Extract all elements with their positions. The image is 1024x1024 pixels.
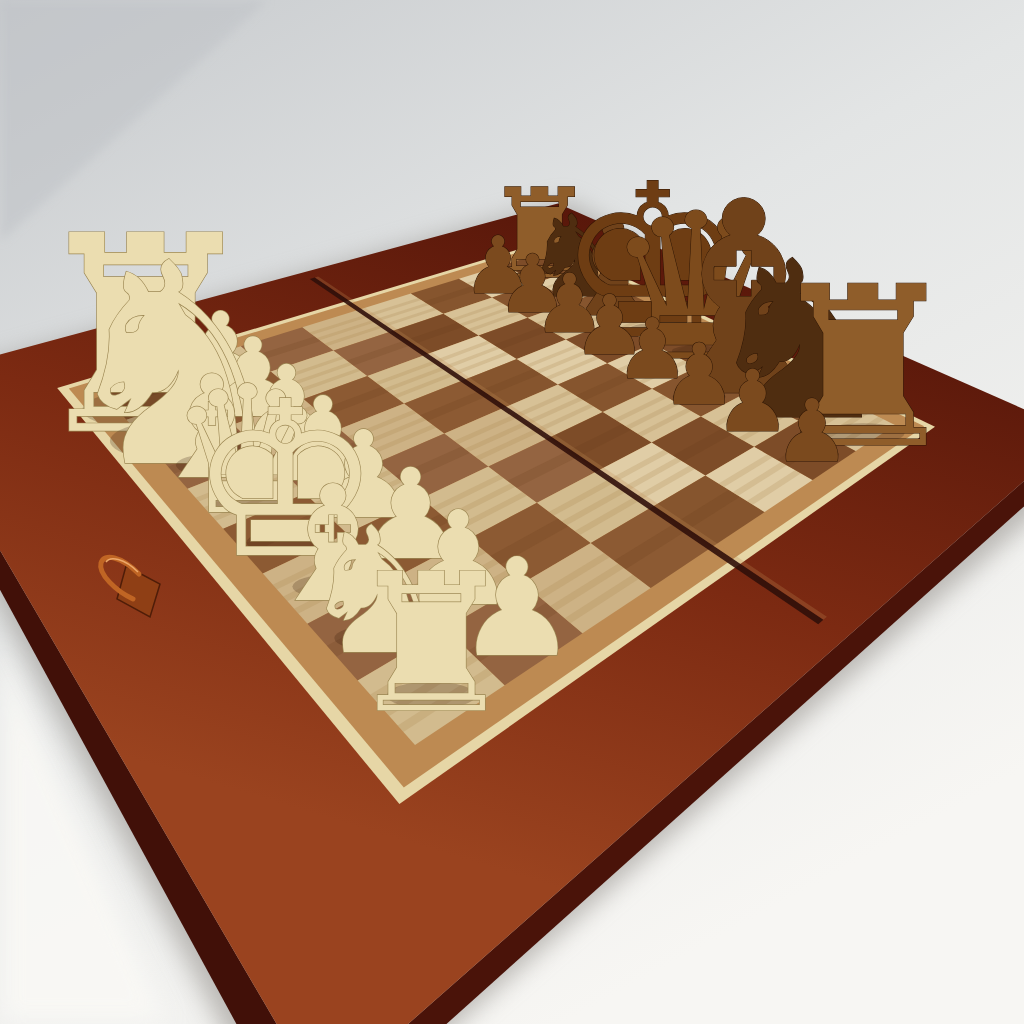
piece-white-rook-h1: ♜ (346, 533, 517, 755)
product-photo: ♜♟♞♟♝♟♚♟♛♟♟♝♟♜♞♟♟♞♜♟♟♝♟♛♟♚♟♝♟♞♟♜ (0, 0, 1024, 1024)
piece-black-pawn-h7: ♟ (773, 381, 850, 481)
photo-canvas: ♜♟♞♟♝♟♚♟♛♟♟♝♟♜♞♟♟♞♜♟♟♝♟♛♟♚♟♝♟♞♟♜ (0, 0, 1024, 1024)
